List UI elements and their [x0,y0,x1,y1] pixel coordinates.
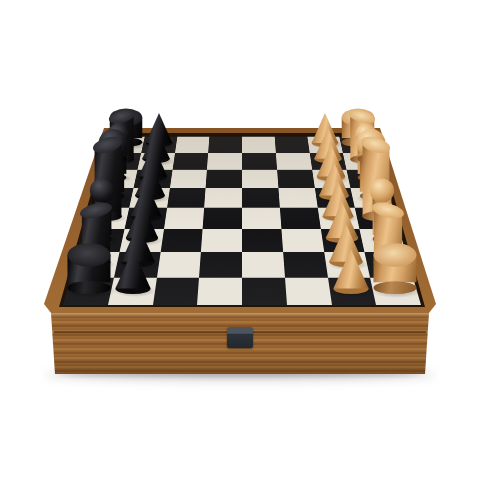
piece-part [115,249,150,294]
piece-black-rook-h8[interactable] [67,243,110,294]
piece-part [67,281,110,294]
piece-white-pawn-h2[interactable] [334,249,369,294]
piece-part [374,281,417,294]
piece-part [374,243,417,266]
piece-part [90,179,114,203]
chess-set-photo [0,0,480,480]
piece-part [370,179,394,203]
piece-part [67,243,110,266]
pieces-layer [0,0,480,480]
piece-white-rook-h1[interactable] [374,243,417,294]
piece-part [334,249,369,294]
piece-black-pawn-h7[interactable] [115,249,150,294]
